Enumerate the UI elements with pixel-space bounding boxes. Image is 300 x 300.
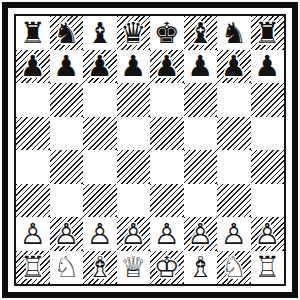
square-g2[interactable]: ♟♙ <box>217 217 251 251</box>
square-c8[interactable]: ♝♝ <box>83 16 117 50</box>
square-g8[interactable]: ♞♞ <box>217 16 251 50</box>
square-e4[interactable] <box>150 150 184 184</box>
square-b2[interactable]: ♟♙ <box>50 217 84 251</box>
piece-white-queen[interactable]: ♛♕ <box>118 252 148 282</box>
piece-black-bishop[interactable]: ♝♝ <box>85 18 115 48</box>
piece-face-glyph: ♟ <box>252 51 282 81</box>
square-h7[interactable]: ♟♟ <box>251 50 285 84</box>
square-c1[interactable]: ♝♗ <box>83 251 117 285</box>
piece-face-glyph: ♟ <box>219 51 249 81</box>
square-a6[interactable] <box>16 83 50 117</box>
square-f7[interactable]: ♟♟ <box>184 50 218 84</box>
square-g7[interactable]: ♟♟ <box>217 50 251 84</box>
piece-face-glyph: ♗ <box>85 252 115 282</box>
piece-white-pawn[interactable]: ♟♙ <box>219 219 249 249</box>
square-f4[interactable] <box>184 150 218 184</box>
piece-white-knight[interactable]: ♞♘ <box>51 252 81 282</box>
square-f5[interactable] <box>184 117 218 151</box>
piece-face-glyph: ♘ <box>51 252 81 282</box>
square-a3[interactable] <box>16 184 50 218</box>
piece-black-pawn[interactable]: ♟♟ <box>118 51 148 81</box>
square-f1[interactable]: ♝♗ <box>184 251 218 285</box>
piece-white-pawn[interactable]: ♟♙ <box>85 219 115 249</box>
square-b1[interactable]: ♞♘ <box>50 251 84 285</box>
piece-black-pawn[interactable]: ♟♟ <box>51 51 81 81</box>
square-h3[interactable] <box>251 184 285 218</box>
square-e7[interactable]: ♟♟ <box>150 50 184 84</box>
square-c4[interactable] <box>83 150 117 184</box>
piece-black-pawn[interactable]: ♟♟ <box>219 51 249 81</box>
square-a2[interactable]: ♟♙ <box>16 217 50 251</box>
square-c3[interactable] <box>83 184 117 218</box>
piece-face-glyph: ♖ <box>18 252 48 282</box>
piece-black-knight[interactable]: ♞♞ <box>219 18 249 48</box>
piece-white-pawn[interactable]: ♟♙ <box>185 219 215 249</box>
square-e6[interactable] <box>150 83 184 117</box>
piece-face-glyph: ♙ <box>51 219 81 249</box>
square-e1[interactable]: ♚♔ <box>150 251 184 285</box>
square-a5[interactable] <box>16 117 50 151</box>
square-h8[interactable]: ♜♜ <box>251 16 285 50</box>
square-c5[interactable] <box>83 117 117 151</box>
piece-black-rook[interactable]: ♜♜ <box>18 18 48 48</box>
piece-white-pawn[interactable]: ♟♙ <box>152 219 182 249</box>
square-b6[interactable] <box>50 83 84 117</box>
square-g4[interactable] <box>217 150 251 184</box>
square-f2[interactable]: ♟♙ <box>184 217 218 251</box>
piece-face-glyph: ♞ <box>51 18 81 48</box>
piece-face-glyph: ♗ <box>185 252 215 282</box>
piece-face-glyph: ♖ <box>252 252 282 282</box>
square-a8[interactable]: ♜♜ <box>16 16 50 50</box>
piece-white-pawn[interactable]: ♟♙ <box>118 219 148 249</box>
piece-face-glyph: ♙ <box>18 219 48 249</box>
square-h6[interactable] <box>251 83 285 117</box>
piece-face-glyph: ♙ <box>252 219 282 249</box>
piece-black-knight[interactable]: ♞♞ <box>51 18 81 48</box>
square-a1[interactable]: ♜♖ <box>16 251 50 285</box>
square-a4[interactable] <box>16 150 50 184</box>
piece-face-glyph: ♙ <box>185 219 215 249</box>
piece-black-pawn[interactable]: ♟♟ <box>185 51 215 81</box>
piece-face-glyph: ♝ <box>85 18 115 48</box>
square-f6[interactable] <box>184 83 218 117</box>
piece-white-knight[interactable]: ♞♘ <box>219 252 249 282</box>
square-b4[interactable] <box>50 150 84 184</box>
square-g1[interactable]: ♞♘ <box>217 251 251 285</box>
square-f8[interactable]: ♝♝ <box>184 16 218 50</box>
piece-white-rook[interactable]: ♜♖ <box>18 252 48 282</box>
piece-face-glyph: ♟ <box>51 51 81 81</box>
piece-face-glyph: ♙ <box>118 219 148 249</box>
chess-diagram: ♜♜♞♞♝♝♛♛♚♚♝♝♞♞♜♜♟♟♟♟♟♟♟♟♟♟♟♟♟♟♟♟♟♙♟♙♟♙♟♙… <box>0 0 300 300</box>
piece-black-rook[interactable]: ♜♜ <box>252 18 282 48</box>
board-frame: ♜♜♞♞♝♝♛♛♚♚♝♝♞♞♜♜♟♟♟♟♟♟♟♟♟♟♟♟♟♟♟♟♟♙♟♙♟♙♟♙… <box>2 2 298 298</box>
piece-white-bishop[interactable]: ♝♗ <box>85 252 115 282</box>
piece-black-bishop[interactable]: ♝♝ <box>185 18 215 48</box>
square-d6[interactable] <box>117 83 151 117</box>
square-g6[interactable] <box>217 83 251 117</box>
piece-face-glyph: ♟ <box>85 51 115 81</box>
square-f3[interactable] <box>184 184 218 218</box>
piece-black-pawn[interactable]: ♟♟ <box>252 51 282 81</box>
piece-face-glyph: ♜ <box>252 18 282 48</box>
piece-face-glyph: ♞ <box>219 18 249 48</box>
square-h5[interactable] <box>251 117 285 151</box>
piece-white-king[interactable]: ♚♔ <box>152 252 182 282</box>
piece-face-glyph: ♙ <box>85 219 115 249</box>
square-d2[interactable]: ♟♙ <box>117 217 151 251</box>
square-d4[interactable] <box>117 150 151 184</box>
piece-black-queen[interactable]: ♛♛ <box>118 18 148 48</box>
square-c6[interactable] <box>83 83 117 117</box>
square-b3[interactable] <box>50 184 84 218</box>
square-e3[interactable] <box>150 184 184 218</box>
piece-black-pawn[interactable]: ♟♟ <box>152 51 182 81</box>
piece-face-glyph: ♟ <box>18 51 48 81</box>
square-d3[interactable] <box>117 184 151 218</box>
square-b8[interactable]: ♞♞ <box>50 16 84 50</box>
piece-white-pawn[interactable]: ♟♙ <box>51 219 81 249</box>
piece-face-glyph: ♟ <box>185 51 215 81</box>
square-e5[interactable] <box>150 117 184 151</box>
square-b7[interactable]: ♟♟ <box>50 50 84 84</box>
piece-black-pawn[interactable]: ♟♟ <box>85 51 115 81</box>
piece-face-glyph: ♙ <box>152 219 182 249</box>
piece-face-glyph: ♛ <box>118 18 148 48</box>
piece-face-glyph: ♚ <box>152 18 182 48</box>
piece-face-glyph: ♔ <box>152 252 182 282</box>
square-e2[interactable]: ♟♙ <box>150 217 184 251</box>
piece-face-glyph: ♟ <box>118 51 148 81</box>
square-b5[interactable] <box>50 117 84 151</box>
square-g5[interactable] <box>217 117 251 151</box>
piece-white-rook[interactable]: ♜♖ <box>252 252 282 282</box>
square-a7[interactable]: ♟♟ <box>16 50 50 84</box>
piece-face-glyph: ♜ <box>18 18 48 48</box>
square-d8[interactable]: ♛♛ <box>117 16 151 50</box>
square-d5[interactable] <box>117 117 151 151</box>
square-c2[interactable]: ♟♙ <box>83 217 117 251</box>
chess-board: ♜♜♞♞♝♝♛♛♚♚♝♝♞♞♜♜♟♟♟♟♟♟♟♟♟♟♟♟♟♟♟♟♟♙♟♙♟♙♟♙… <box>16 16 284 284</box>
piece-white-bishop[interactable]: ♝♗ <box>185 252 215 282</box>
square-h4[interactable] <box>251 150 285 184</box>
piece-face-glyph: ♙ <box>219 219 249 249</box>
square-e8[interactable]: ♚♚ <box>150 16 184 50</box>
piece-white-pawn[interactable]: ♟♙ <box>252 219 282 249</box>
piece-face-glyph: ♕ <box>118 252 148 282</box>
square-d1[interactable]: ♛♕ <box>117 251 151 285</box>
piece-face-glyph: ♘ <box>219 252 249 282</box>
piece-face-glyph: ♟ <box>152 51 182 81</box>
square-d7[interactable]: ♟♟ <box>117 50 151 84</box>
square-g3[interactable] <box>217 184 251 218</box>
piece-black-pawn[interactable]: ♟♟ <box>18 51 48 81</box>
piece-face-glyph: ♝ <box>185 18 215 48</box>
piece-black-king[interactable]: ♚♚ <box>152 18 182 48</box>
board-inner-rim: ♜♜♞♞♝♝♛♛♚♚♝♝♞♞♜♜♟♟♟♟♟♟♟♟♟♟♟♟♟♟♟♟♟♙♟♙♟♙♟♙… <box>14 14 286 286</box>
square-h1[interactable]: ♜♖ <box>251 251 285 285</box>
piece-white-pawn[interactable]: ♟♙ <box>18 219 48 249</box>
square-c7[interactable]: ♟♟ <box>83 50 117 84</box>
square-h2[interactable]: ♟♙ <box>251 217 285 251</box>
